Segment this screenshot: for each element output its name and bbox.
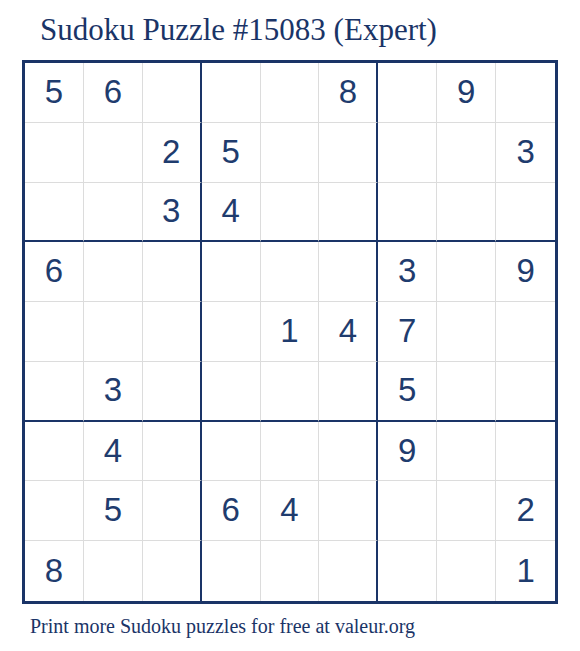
cell-r9c4 <box>202 541 261 601</box>
cell-r9c5 <box>261 541 320 601</box>
cell-r7c9 <box>496 422 555 482</box>
cell-r8c6 <box>319 481 378 541</box>
cell-r6c3 <box>143 362 202 422</box>
cell-r2c3: 2 <box>143 123 202 183</box>
cell-r3c7 <box>378 183 437 243</box>
cell-r9c3 <box>143 541 202 601</box>
cell-r3c8 <box>437 183 496 243</box>
cell-r2c8 <box>437 123 496 183</box>
cell-r8c3 <box>143 481 202 541</box>
cell-r4c3 <box>143 242 202 302</box>
cell-r3c2 <box>84 183 143 243</box>
cell-r3c3: 3 <box>143 183 202 243</box>
cell-r3c5 <box>261 183 320 243</box>
cell-r3c1 <box>25 183 84 243</box>
cell-r6c9 <box>496 362 555 422</box>
cell-r5c3 <box>143 302 202 362</box>
cell-r9c1: 8 <box>25 541 84 601</box>
cell-r4c1: 6 <box>25 242 84 302</box>
cell-r1c8: 9 <box>437 63 496 123</box>
cell-r8c4: 6 <box>202 481 261 541</box>
cell-r6c1 <box>25 362 84 422</box>
cell-r2c1 <box>25 123 84 183</box>
cell-r5c8 <box>437 302 496 362</box>
cell-r2c6 <box>319 123 378 183</box>
cell-r5c7: 7 <box>378 302 437 362</box>
cell-r8c5: 4 <box>261 481 320 541</box>
cell-r6c7: 5 <box>378 362 437 422</box>
cell-r3c6 <box>319 183 378 243</box>
cell-r7c3 <box>143 422 202 482</box>
cell-r9c6 <box>319 541 378 601</box>
cell-r6c8 <box>437 362 496 422</box>
cell-r2c4: 5 <box>202 123 261 183</box>
cell-r6c6 <box>319 362 378 422</box>
cell-r7c5 <box>261 422 320 482</box>
page-title: Sudoku Puzzle #15083 (Expert) <box>40 12 437 48</box>
cell-r1c3 <box>143 63 202 123</box>
cell-r1c6: 8 <box>319 63 378 123</box>
cell-r8c9: 2 <box>496 481 555 541</box>
cell-r7c4 <box>202 422 261 482</box>
cell-r2c5 <box>261 123 320 183</box>
cell-r4c5 <box>261 242 320 302</box>
cell-r5c2 <box>84 302 143 362</box>
cell-r3c9 <box>496 183 555 243</box>
cell-r2c7 <box>378 123 437 183</box>
cell-r8c1 <box>25 481 84 541</box>
cell-r6c4 <box>202 362 261 422</box>
cell-r2c9: 3 <box>496 123 555 183</box>
cell-r9c7 <box>378 541 437 601</box>
cell-r9c9: 1 <box>496 541 555 601</box>
cell-r1c4 <box>202 63 261 123</box>
cell-r8c2: 5 <box>84 481 143 541</box>
cell-r4c2 <box>84 242 143 302</box>
cell-r5c6: 4 <box>319 302 378 362</box>
cell-r6c5 <box>261 362 320 422</box>
cell-r7c6 <box>319 422 378 482</box>
cell-r2c2 <box>84 123 143 183</box>
cell-r9c2 <box>84 541 143 601</box>
cell-r8c8 <box>437 481 496 541</box>
cell-r5c9 <box>496 302 555 362</box>
cell-r1c1: 5 <box>25 63 84 123</box>
cell-r7c7: 9 <box>378 422 437 482</box>
cell-r7c2: 4 <box>84 422 143 482</box>
cell-r1c2: 6 <box>84 63 143 123</box>
cell-r8c7 <box>378 481 437 541</box>
sudoku-grid: 5689253346391473549564281 <box>22 60 558 604</box>
cell-r5c5: 1 <box>261 302 320 362</box>
cell-r6c2: 3 <box>84 362 143 422</box>
cell-r4c9: 9 <box>496 242 555 302</box>
cell-r1c5 <box>261 63 320 123</box>
cell-r5c1 <box>25 302 84 362</box>
cell-r7c8 <box>437 422 496 482</box>
cell-r1c9 <box>496 63 555 123</box>
cell-r3c4: 4 <box>202 183 261 243</box>
cell-r4c7: 3 <box>378 242 437 302</box>
cell-r5c4 <box>202 302 261 362</box>
cell-r4c6 <box>319 242 378 302</box>
cell-r4c4 <box>202 242 261 302</box>
cell-r4c8 <box>437 242 496 302</box>
cell-r1c7 <box>378 63 437 123</box>
cell-r9c8 <box>437 541 496 601</box>
footer-text: Print more Sudoku puzzles for free at va… <box>30 615 415 638</box>
cell-r7c1 <box>25 422 84 482</box>
